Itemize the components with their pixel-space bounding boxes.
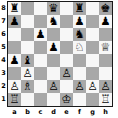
square-c5[interactable] [34,41,47,54]
square-b7[interactable] [21,15,34,28]
square-c4[interactable] [34,54,47,67]
square-h7[interactable]: ♟ [99,15,112,28]
rank-label-5: 5 [0,41,7,54]
square-c6[interactable]: ♟ [34,28,47,41]
rank-label-7: 7 [0,15,7,28]
square-b8[interactable] [21,2,34,15]
square-b2[interactable]: ♗ [21,80,34,93]
square-e7[interactable] [60,15,73,28]
square-e3[interactable]: ♙ [60,67,73,80]
square-e1[interactable]: ♔ [60,93,73,106]
square-d2[interactable]: ♙ [47,80,60,93]
file-labels-row: abcdefgh [7,107,113,118]
chess-board: ♜♛♜♚♟♞♟♟♟♞♟♘♕♟♝♙♙♙♗♙♙♙♙♖♔♖ [7,1,113,107]
rank-label-2: 2 [0,80,7,93]
square-g7[interactable] [86,15,99,28]
rank-label-8: 8 [0,2,7,15]
white-pawn: ♙ [86,80,99,93]
black-pawn: ♟ [34,28,47,41]
board-with-coordinates: 87654321 ♜♛♜♚♟♞♟♟♟♞♟♘♕♟♝♙♙♙♗♙♙♙♙♖♔♖ abcd… [0,1,118,118]
white-queen: ♕ [99,41,112,54]
square-f4[interactable] [73,54,86,67]
square-h1[interactable]: ♖ [99,93,112,106]
file-label-b: b [21,107,34,118]
file-label-c: c [34,107,47,118]
file-label-e: e [60,107,73,118]
file-label-a: a [8,107,21,118]
white-rook: ♖ [8,93,21,106]
square-g6[interactable] [86,28,99,41]
square-d1[interactable] [47,93,60,106]
square-f5[interactable]: ♘ [73,41,86,54]
square-c1[interactable] [34,93,47,106]
rank-label-4: 4 [0,54,7,67]
white-bishop: ♗ [21,80,34,93]
square-g8[interactable] [86,2,99,15]
square-d5[interactable]: ♟ [47,41,60,54]
square-d4[interactable] [47,54,60,67]
white-pawn: ♙ [60,67,73,80]
rank-labels-column: 87654321 [0,1,7,107]
square-b1[interactable] [21,93,34,106]
corner-spacer [0,107,7,118]
square-a6[interactable] [8,28,21,41]
file-label-g: g [86,107,99,118]
square-e6[interactable] [60,28,73,41]
white-knight: ♘ [73,41,86,54]
square-g1[interactable] [86,93,99,106]
square-g4[interactable] [86,54,99,67]
square-a7[interactable]: ♟ [8,15,21,28]
black-pawn: ♟ [8,15,21,28]
square-d7[interactable]: ♞ [47,15,60,28]
square-h4[interactable] [99,54,112,67]
square-g2[interactable]: ♙ [86,80,99,93]
rank-label-3: 3 [0,67,7,80]
square-e5[interactable] [60,41,73,54]
white-king: ♔ [60,93,73,106]
file-label-h: h [99,107,112,118]
rank-label-6: 6 [0,28,7,41]
square-g5[interactable] [86,41,99,54]
rank-label-1: 1 [0,93,7,106]
black-pawn: ♟ [47,41,60,54]
square-h5[interactable]: ♕ [99,41,112,54]
white-pawn: ♙ [73,80,86,93]
square-f2[interactable]: ♙ [73,80,86,93]
square-c8[interactable] [34,2,47,15]
file-label-f: f [73,107,86,118]
black-pawn: ♟ [8,54,21,67]
chess-board-diagram: 87654321 ♜♛♜♚♟♞♟♟♟♞♟♘♕♟♝♙♙♙♗♙♙♙♙♖♔♖ abcd… [0,0,118,118]
square-c2[interactable] [34,80,47,93]
square-a4[interactable]: ♟ [8,54,21,67]
square-b6[interactable] [21,28,34,41]
square-a1[interactable]: ♖ [8,93,21,106]
white-rook: ♖ [99,93,112,106]
black-knight: ♞ [47,15,60,28]
white-pawn: ♙ [47,80,60,93]
square-c3[interactable] [34,67,47,80]
black-pawn: ♟ [99,15,112,28]
file-label-d: d [47,107,60,118]
square-e8[interactable] [60,2,73,15]
square-f1[interactable] [73,93,86,106]
